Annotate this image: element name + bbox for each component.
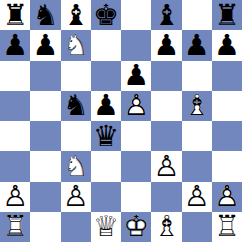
square-d1[interactable]: ♛♕ [91,212,121,242]
square-f3[interactable]: ♟♙ [151,151,181,181]
black-knight-icon: ♞ [61,91,91,121]
black-rook-icon: ♜ [212,0,242,30]
square-d3[interactable] [91,151,121,181]
square-b7[interactable]: ♟ [30,30,60,60]
square-d6[interactable] [91,61,121,91]
square-f2[interactable] [151,182,181,212]
square-b2[interactable] [30,182,60,212]
black-pawn-icon: ♟ [0,30,30,60]
square-d7[interactable] [91,30,121,60]
square-f1[interactable]: ♝♗ [151,212,181,242]
white-pawn-icon: ♟♙ [151,151,181,181]
square-b1[interactable] [30,212,60,242]
square-g3[interactable] [182,151,212,181]
square-c3[interactable]: ♞♘ [61,151,91,181]
square-c2[interactable]: ♟♙ [61,182,91,212]
square-f6[interactable] [151,61,181,91]
square-h8[interactable]: ♜ [212,0,242,30]
square-e5[interactable]: ♟♙ [121,91,151,121]
square-a7[interactable]: ♟ [0,30,30,60]
square-b5[interactable] [30,91,60,121]
square-f7[interactable]: ♟ [151,30,181,60]
square-c1[interactable] [61,212,91,242]
square-c8[interactable]: ♝ [61,0,91,30]
square-b6[interactable] [30,61,60,91]
square-g1[interactable] [182,212,212,242]
square-d4[interactable]: ♛ [91,121,121,151]
square-d5[interactable]: ♟ [91,91,121,121]
square-g4[interactable] [182,121,212,151]
white-bishop-icon: ♝♗ [151,212,181,242]
square-a2[interactable]: ♟♙ [0,182,30,212]
black-bishop-icon: ♝ [61,0,91,30]
square-e2[interactable] [121,182,151,212]
square-h5[interactable] [212,91,242,121]
black-pawn-icon: ♟ [121,61,151,91]
white-pawn-icon: ♟♙ [61,182,91,212]
square-g5[interactable]: ♝♗ [182,91,212,121]
square-h6[interactable] [212,61,242,91]
black-pawn-icon: ♟ [30,30,60,60]
square-e8[interactable] [121,0,151,30]
square-a3[interactable] [0,151,30,181]
square-h4[interactable] [212,121,242,151]
square-d8[interactable]: ♚ [91,0,121,30]
square-g8[interactable] [182,0,212,30]
white-knight-icon: ♞♘ [61,30,91,60]
square-b4[interactable] [30,121,60,151]
square-e4[interactable] [121,121,151,151]
square-h7[interactable]: ♟ [212,30,242,60]
square-a1[interactable]: ♜♖ [0,212,30,242]
white-pawn-icon: ♟♙ [0,182,30,212]
white-queen-icon: ♛♕ [91,212,121,242]
black-king-icon: ♚ [91,0,121,30]
black-rook-icon: ♜ [0,0,30,30]
black-pawn-icon: ♟ [182,30,212,60]
square-a5[interactable] [0,91,30,121]
square-h3[interactable] [212,151,242,181]
square-c7[interactable]: ♞♘ [61,30,91,60]
chess-board: ♜♞♝♚♝♜♟♟♞♘♟♟♟♟♞♟♟♙♝♗♛♞♘♟♙♟♙♟♙♟♙♟♙♜♖♛♕♚♔♝… [0,0,242,242]
square-f5[interactable] [151,91,181,121]
square-a6[interactable] [0,61,30,91]
square-c6[interactable] [61,61,91,91]
square-g6[interactable] [182,61,212,91]
square-f4[interactable] [151,121,181,151]
square-f8[interactable]: ♝ [151,0,181,30]
white-pawn-icon: ♟♙ [121,91,151,121]
white-bishop-icon: ♝♗ [182,91,212,121]
white-rook-icon: ♜♖ [212,212,242,242]
square-a4[interactable] [0,121,30,151]
square-c5[interactable]: ♞ [61,91,91,121]
black-pawn-icon: ♟ [212,30,242,60]
square-h1[interactable]: ♜♖ [212,212,242,242]
square-g7[interactable]: ♟ [182,30,212,60]
square-h2[interactable]: ♟♙ [212,182,242,212]
square-a8[interactable]: ♜ [0,0,30,30]
square-e6[interactable]: ♟ [121,61,151,91]
white-king-icon: ♚♔ [121,212,151,242]
square-d2[interactable] [91,182,121,212]
black-knight-icon: ♞ [30,0,60,30]
square-e3[interactable] [121,151,151,181]
square-c4[interactable] [61,121,91,151]
white-rook-icon: ♜♖ [0,212,30,242]
white-pawn-icon: ♟♙ [212,182,242,212]
black-queen-icon: ♛ [91,121,121,151]
white-pawn-icon: ♟♙ [182,182,212,212]
square-e7[interactable] [121,30,151,60]
square-g2[interactable]: ♟♙ [182,182,212,212]
square-b3[interactable] [30,151,60,181]
black-bishop-icon: ♝ [151,0,181,30]
white-knight-icon: ♞♘ [61,151,91,181]
square-e1[interactable]: ♚♔ [121,212,151,242]
black-pawn-icon: ♟ [91,91,121,121]
square-b8[interactable]: ♞ [30,0,60,30]
black-pawn-icon: ♟ [151,30,181,60]
